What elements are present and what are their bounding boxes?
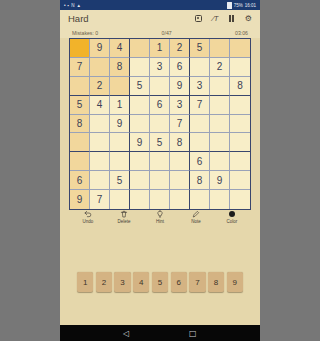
numpad-button-2[interactable]: 2 — [96, 272, 112, 292]
cell-r4c7[interactable]: 7 — [190, 96, 210, 115]
vpn-triangle-icon: ▲ — [76, 3, 80, 8]
header: Hard ⁄T ⚙ Mistakes: 0 0/47 03:06 — [60, 10, 260, 38]
cell-r9c8[interactable] — [210, 190, 230, 209]
cell-r6c8[interactable] — [210, 133, 230, 152]
cell-r9c3[interactable] — [110, 190, 130, 209]
cell-r7c9[interactable] — [230, 152, 250, 171]
cell-r4c4[interactable] — [130, 96, 150, 115]
cell-r6c1[interactable] — [70, 133, 90, 152]
cell-r1c7[interactable]: 5 — [190, 39, 210, 58]
cell-r1c8[interactable] — [210, 39, 230, 58]
cell-r7c4[interactable] — [130, 152, 150, 171]
note-label: Note — [191, 219, 201, 224]
cell-r6c9[interactable] — [230, 133, 250, 152]
cell-r5c1[interactable]: 8 — [70, 115, 90, 134]
battery-icon — [227, 2, 232, 9]
numpad-button-8[interactable]: 8 — [208, 272, 224, 292]
cell-r5c2[interactable] — [90, 115, 110, 134]
cell-r1c9[interactable] — [230, 39, 250, 58]
delete-button[interactable]: Delete — [110, 210, 138, 228]
numpad-button-9[interactable]: 9 — [227, 272, 243, 292]
lightbulb-icon — [156, 210, 164, 218]
cell-r5c5[interactable] — [150, 115, 170, 134]
battery-percent: 75% — [234, 3, 243, 8]
settings-gear-icon[interactable]: ⚙ — [245, 15, 252, 23]
toolbar: Undo Delete Hint Note Color — [74, 210, 246, 228]
cell-r1c5[interactable]: 1 — [150, 39, 170, 58]
notification-dot-icon: • — [64, 3, 66, 8]
cell-r3c5[interactable] — [150, 77, 170, 96]
cell-r4c6[interactable]: 3 — [170, 96, 190, 115]
difficulty-title: Hard — [68, 13, 89, 24]
cell-r1c1[interactable] — [70, 39, 90, 58]
cell-r7c1[interactable] — [70, 152, 90, 171]
cell-r6c5[interactable]: 5 — [150, 133, 170, 152]
cell-r9c9[interactable] — [230, 190, 250, 209]
cell-r9c1[interactable]: 9 — [70, 190, 90, 209]
input-mode-icon[interactable]: ⁄T — [213, 15, 218, 22]
status-notification-icons: • ▪ N ▲ — [64, 3, 81, 8]
cell-r2c4[interactable] — [130, 58, 150, 77]
cell-r8c4[interactable] — [130, 171, 150, 190]
mistakes-counter: Mistakes: 0 — [72, 30, 98, 36]
cell-r2c2[interactable] — [90, 58, 110, 77]
cell-r6c7[interactable] — [190, 133, 210, 152]
delete-label: Delete — [117, 219, 130, 224]
cell-r3c1[interactable] — [70, 77, 90, 96]
cell-r3c8[interactable] — [210, 77, 230, 96]
status-bar: • ▪ N ▲ 75% 16:01 — [60, 0, 260, 10]
cell-r8c5[interactable] — [150, 171, 170, 190]
undo-icon — [84, 210, 92, 218]
numpad: 123456789 — [77, 272, 243, 292]
cell-r1c2[interactable]: 9 — [90, 39, 110, 58]
numpad-button-5[interactable]: 5 — [152, 272, 168, 292]
info-bar: Mistakes: 0 0/47 03:06 — [60, 27, 260, 38]
cell-r5c6[interactable]: 7 — [170, 115, 190, 134]
cell-r4c3[interactable]: 1 — [110, 96, 130, 115]
cell-r2c9[interactable] — [230, 58, 250, 77]
cell-r8c1[interactable]: 6 — [70, 171, 90, 190]
undo-button[interactable]: Undo — [74, 210, 102, 228]
app-bar: Hard ⁄T ⚙ — [60, 10, 260, 27]
cell-r2c6[interactable]: 6 — [170, 58, 190, 77]
android-nav-bar: ◁ □ — [60, 325, 260, 341]
numpad-button-4[interactable]: 4 — [133, 272, 149, 292]
cell-r8c7[interactable]: 8 — [190, 171, 210, 190]
cell-r6c6[interactable]: 8 — [170, 133, 190, 152]
color-button[interactable]: Color — [218, 210, 246, 228]
cell-r6c2[interactable] — [90, 133, 110, 152]
numpad-button-6[interactable]: 6 — [171, 272, 187, 292]
trash-icon — [120, 210, 128, 218]
cell-r7c2[interactable] — [90, 152, 110, 171]
board-style-icon[interactable] — [195, 15, 202, 22]
cell-r4c2[interactable]: 4 — [90, 96, 110, 115]
nav-recents-icon[interactable]: □ — [189, 325, 197, 341]
cell-r7c7[interactable]: 6 — [190, 152, 210, 171]
color-label: Color — [227, 219, 238, 224]
cell-r4c8[interactable] — [210, 96, 230, 115]
cell-r7c5[interactable] — [150, 152, 170, 171]
cell-r9c5[interactable] — [150, 190, 170, 209]
color-circle-icon — [228, 210, 236, 218]
pause-button[interactable] — [229, 15, 234, 22]
cell-r1c3[interactable]: 4 — [110, 39, 130, 58]
hint-label: Hint — [156, 219, 164, 224]
cell-r2c5[interactable]: 3 — [150, 58, 170, 77]
cell-r2c3[interactable]: 8 — [110, 58, 130, 77]
cell-r3c2[interactable]: 2 — [90, 77, 110, 96]
cell-r7c6[interactable] — [170, 152, 190, 171]
progress-counter: 0/47 — [162, 30, 172, 36]
cell-r8c9[interactable] — [230, 171, 250, 190]
cell-r4c1[interactable]: 5 — [70, 96, 90, 115]
cell-r2c1[interactable]: 7 — [70, 58, 90, 77]
cell-r1c6[interactable]: 2 — [170, 39, 190, 58]
sudoku-board[interactable]: 9412578362259385416378979586658997 — [69, 38, 251, 210]
cell-r5c9[interactable] — [230, 115, 250, 134]
note-button[interactable]: Note — [182, 210, 210, 228]
cell-r9c7[interactable] — [190, 190, 210, 209]
cell-r4c9[interactable] — [230, 96, 250, 115]
cell-r9c6[interactable] — [170, 190, 190, 209]
game-timer: 03:06 — [235, 30, 248, 36]
cell-r3c3[interactable] — [110, 77, 130, 96]
cell-r5c7[interactable] — [190, 115, 210, 134]
cell-r8c2[interactable] — [90, 171, 110, 190]
numpad-button-7[interactable]: 7 — [189, 272, 205, 292]
notification-square-icon: ▪ — [68, 3, 70, 8]
numpad-button-1[interactable]: 1 — [77, 272, 93, 292]
numpad-button-3[interactable]: 3 — [114, 272, 130, 292]
clock: 16:01 — [245, 3, 256, 8]
cell-r6c3[interactable] — [110, 133, 130, 152]
cell-r1c4[interactable] — [130, 39, 150, 58]
cell-r3c7[interactable]: 3 — [190, 77, 210, 96]
cell-r5c4[interactable] — [130, 115, 150, 134]
cell-r3c6[interactable]: 9 — [170, 77, 190, 96]
cell-r6c4[interactable]: 9 — [130, 133, 150, 152]
nav-back-icon[interactable]: ◁ — [123, 325, 129, 341]
cell-r5c8[interactable] — [210, 115, 230, 134]
cell-r8c6[interactable] — [170, 171, 190, 190]
cell-r7c8[interactable] — [210, 152, 230, 171]
cell-r8c8[interactable]: 9 — [210, 171, 230, 190]
cell-r8c3[interactable]: 5 — [110, 171, 130, 190]
cell-r3c4[interactable]: 5 — [130, 77, 150, 96]
sudoku-app-screen: • ▪ N ▲ 75% 16:01 Hard ⁄T ⚙ Mistakes: 0 … — [60, 0, 260, 341]
cell-r9c2[interactable]: 7 — [90, 190, 110, 209]
cell-r4c5[interactable]: 6 — [150, 96, 170, 115]
n-icon: N — [71, 3, 74, 8]
undo-label: Undo — [83, 219, 94, 224]
cell-r2c7[interactable] — [190, 58, 210, 77]
hint-button[interactable]: Hint — [146, 210, 174, 228]
cell-r5c3[interactable]: 9 — [110, 115, 130, 134]
cell-r9c4[interactable] — [130, 190, 150, 209]
pencil-icon — [192, 210, 200, 218]
cell-r3c9[interactable]: 8 — [230, 77, 250, 96]
cell-r2c8[interactable]: 2 — [210, 58, 230, 77]
cell-r7c3[interactable] — [110, 152, 130, 171]
